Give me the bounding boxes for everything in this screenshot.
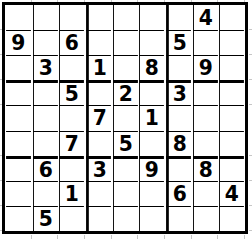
cell-r3c4[interactable]: 1	[86, 55, 111, 80]
cell-r9c1[interactable]	[6, 206, 31, 231]
cell-r7c9[interactable]	[219, 156, 244, 181]
cell-r8c6[interactable]	[139, 181, 164, 206]
cell-r8c2[interactable]	[33, 181, 58, 206]
cell-r5c1[interactable]	[6, 105, 31, 130]
cell-r2c1[interactable]: 9	[6, 30, 31, 55]
cell-r5c7[interactable]	[166, 105, 191, 130]
cell-r9c7[interactable]	[166, 206, 191, 231]
cell-r9c6[interactable]	[139, 206, 164, 231]
cell-r2c8[interactable]	[193, 30, 218, 55]
cell-r5c4[interactable]: 7	[86, 105, 111, 130]
cell-r2c4[interactable]	[86, 30, 111, 55]
cell-r8c7[interactable]: 6	[166, 181, 191, 206]
cell-r9c4[interactable]	[86, 206, 111, 231]
cell-r5c3[interactable]	[59, 105, 84, 130]
cell-r1c5[interactable]	[113, 5, 138, 30]
cell-r6c7[interactable]: 8	[166, 131, 191, 156]
cell-r8c1[interactable]	[6, 181, 31, 206]
cell-r7c2[interactable]: 6	[33, 156, 58, 181]
cell-r1c4[interactable]	[86, 5, 111, 30]
cell-r8c4[interactable]	[86, 181, 111, 206]
gridline-ticks-bottom	[5, 235, 245, 239]
cell-r6c6[interactable]	[139, 131, 164, 156]
cell-r4c1[interactable]	[6, 80, 31, 105]
cell-r9c3[interactable]	[59, 206, 84, 231]
cell-r5c8[interactable]	[193, 105, 218, 130]
cell-r6c8[interactable]	[193, 131, 218, 156]
sudoku-page: 496531895237175863981645	[0, 0, 252, 240]
cell-r4c3[interactable]: 5	[59, 80, 84, 105]
cell-r7c1[interactable]	[6, 156, 31, 181]
cell-r2c9[interactable]	[219, 30, 244, 55]
cell-r7c5[interactable]	[113, 156, 138, 181]
cell-r7c8[interactable]: 8	[193, 156, 218, 181]
cell-r7c3[interactable]	[59, 156, 84, 181]
cell-r1c1[interactable]	[6, 5, 31, 30]
cell-r7c4[interactable]: 3	[86, 156, 111, 181]
cell-r3c2[interactable]: 3	[33, 55, 58, 80]
cell-r8c8[interactable]	[193, 181, 218, 206]
cell-r2c3[interactable]: 6	[59, 30, 84, 55]
cell-r5c9[interactable]	[219, 105, 244, 130]
cell-r3c7[interactable]	[166, 55, 191, 80]
cell-r3c3[interactable]	[59, 55, 84, 80]
cell-r3c6[interactable]: 8	[139, 55, 164, 80]
cell-r4c2[interactable]	[33, 80, 58, 105]
cell-r2c6[interactable]	[139, 30, 164, 55]
cell-r6c9[interactable]	[219, 131, 244, 156]
cell-r1c2[interactable]	[33, 5, 58, 30]
cell-r1c8[interactable]: 4	[193, 5, 218, 30]
cell-r4c7[interactable]: 3	[166, 80, 191, 105]
cell-r2c7[interactable]: 5	[166, 30, 191, 55]
cell-r4c5[interactable]: 2	[113, 80, 138, 105]
cell-r3c1[interactable]	[6, 55, 31, 80]
cell-r9c5[interactable]	[113, 206, 138, 231]
gridline-ticks-right	[249, 5, 252, 231]
cell-r6c2[interactable]	[33, 131, 58, 156]
cell-r8c3[interactable]: 1	[59, 181, 84, 206]
cell-r3c5[interactable]	[113, 55, 138, 80]
cell-r6c3[interactable]: 7	[59, 131, 84, 156]
cell-r3c9[interactable]	[219, 55, 244, 80]
sudoku-board: 496531895237175863981645	[2, 2, 248, 234]
cell-r9c9[interactable]	[219, 206, 244, 231]
cell-r6c1[interactable]	[6, 131, 31, 156]
cell-r4c8[interactable]	[193, 80, 218, 105]
cell-r3c8[interactable]: 9	[193, 55, 218, 80]
cell-r6c4[interactable]	[86, 131, 111, 156]
cell-r9c2[interactable]: 5	[33, 206, 58, 231]
cell-r9c8[interactable]	[193, 206, 218, 231]
cell-r8c9[interactable]: 4	[219, 181, 244, 206]
cell-r6c5[interactable]: 5	[113, 131, 138, 156]
cell-r5c2[interactable]	[33, 105, 58, 130]
cell-r2c2[interactable]	[33, 30, 58, 55]
cell-r1c9[interactable]	[219, 5, 244, 30]
cell-r7c6[interactable]: 9	[139, 156, 164, 181]
cell-r8c5[interactable]	[113, 181, 138, 206]
cell-r1c7[interactable]	[166, 5, 191, 30]
cell-r1c6[interactable]	[139, 5, 164, 30]
cell-r5c6[interactable]: 1	[139, 105, 164, 130]
cell-r2c5[interactable]	[113, 30, 138, 55]
cell-r7c7[interactable]	[166, 156, 191, 181]
cell-r4c9[interactable]	[219, 80, 244, 105]
cell-r4c6[interactable]	[139, 80, 164, 105]
cell-r4c4[interactable]	[86, 80, 111, 105]
cell-r1c3[interactable]	[59, 5, 84, 30]
cell-r5c5[interactable]	[113, 105, 138, 130]
